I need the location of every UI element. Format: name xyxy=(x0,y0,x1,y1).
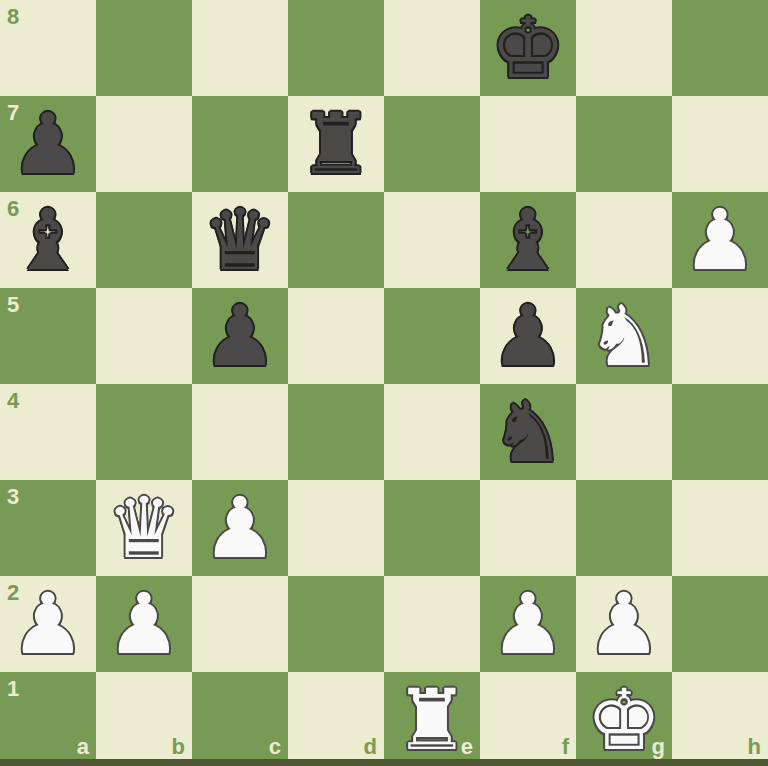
square-f7[interactable] xyxy=(480,96,576,192)
white-queen-b3[interactable]: ♛ xyxy=(96,480,192,576)
white-knight-g5[interactable]: ♞ xyxy=(576,288,672,384)
square-d5[interactable] xyxy=(288,288,384,384)
square-d4[interactable] xyxy=(288,384,384,480)
square-b8[interactable] xyxy=(96,0,192,96)
square-d2[interactable] xyxy=(288,576,384,672)
black-queen-c6[interactable]: ♛ xyxy=(192,192,288,288)
white-pawn-f2[interactable]: ♟ xyxy=(480,576,576,672)
square-b5[interactable] xyxy=(96,288,192,384)
square-g1[interactable]: g♚ xyxy=(576,672,672,766)
square-g4[interactable] xyxy=(576,384,672,480)
square-b3[interactable]: ♛ xyxy=(96,480,192,576)
rank-label-4: 4 xyxy=(7,388,19,414)
square-f4[interactable]: ♞ xyxy=(480,384,576,480)
square-f2[interactable]: ♟ xyxy=(480,576,576,672)
square-a4[interactable]: 4 xyxy=(0,384,96,480)
square-g3[interactable] xyxy=(576,480,672,576)
square-c5[interactable]: ♟ xyxy=(192,288,288,384)
square-g5[interactable]: ♞ xyxy=(576,288,672,384)
black-bishop-f6[interactable]: ♝ xyxy=(480,192,576,288)
board-bottom-edge xyxy=(0,759,768,766)
square-a7[interactable]: 7♟ xyxy=(0,96,96,192)
square-c4[interactable] xyxy=(192,384,288,480)
file-label-h: h xyxy=(748,734,761,760)
black-knight-f4[interactable]: ♞ xyxy=(480,384,576,480)
square-g6[interactable] xyxy=(576,192,672,288)
square-h2[interactable] xyxy=(672,576,768,672)
chess-board: 8♚7♟♜6♝♛♝♟5♟♟♞4♞3♛♟2♟♟♟♟1abcde♜fg♚h xyxy=(0,0,768,766)
square-a8[interactable]: 8 xyxy=(0,0,96,96)
rank-label-2: 2 xyxy=(7,580,19,606)
square-a1[interactable]: 1a xyxy=(0,672,96,766)
file-label-a: a xyxy=(77,734,89,760)
square-e4[interactable] xyxy=(384,384,480,480)
square-h5[interactable] xyxy=(672,288,768,384)
square-f5[interactable]: ♟ xyxy=(480,288,576,384)
square-d8[interactable] xyxy=(288,0,384,96)
black-pawn-c5[interactable]: ♟ xyxy=(192,288,288,384)
square-h4[interactable] xyxy=(672,384,768,480)
rank-label-8: 8 xyxy=(7,4,19,30)
square-h8[interactable] xyxy=(672,0,768,96)
file-label-c: c xyxy=(269,734,281,760)
square-a5[interactable]: 5 xyxy=(0,288,96,384)
rank-label-3: 3 xyxy=(7,484,19,510)
square-c8[interactable] xyxy=(192,0,288,96)
square-f3[interactable] xyxy=(480,480,576,576)
square-g7[interactable] xyxy=(576,96,672,192)
file-label-e: e xyxy=(461,734,473,760)
square-e2[interactable] xyxy=(384,576,480,672)
rank-label-7: 7 xyxy=(7,100,19,126)
rank-label-6: 6 xyxy=(7,196,19,222)
square-h1[interactable]: h xyxy=(672,672,768,766)
square-f1[interactable]: f xyxy=(480,672,576,766)
square-b1[interactable]: b xyxy=(96,672,192,766)
square-e8[interactable] xyxy=(384,0,480,96)
file-label-b: b xyxy=(172,734,185,760)
square-c1[interactable]: c xyxy=(192,672,288,766)
chess-board-container: 8♚7♟♜6♝♛♝♟5♟♟♞4♞3♛♟2♟♟♟♟1abcde♜fg♚h xyxy=(0,0,768,766)
square-e3[interactable] xyxy=(384,480,480,576)
square-a6[interactable]: 6♝ xyxy=(0,192,96,288)
square-g2[interactable]: ♟ xyxy=(576,576,672,672)
square-b7[interactable] xyxy=(96,96,192,192)
square-e6[interactable] xyxy=(384,192,480,288)
square-f8[interactable]: ♚ xyxy=(480,0,576,96)
black-king-f8[interactable]: ♚ xyxy=(480,0,576,96)
square-c3[interactable]: ♟ xyxy=(192,480,288,576)
file-label-g: g xyxy=(652,734,665,760)
white-pawn-g2[interactable]: ♟ xyxy=(576,576,672,672)
white-pawn-b2[interactable]: ♟ xyxy=(96,576,192,672)
square-c6[interactable]: ♛ xyxy=(192,192,288,288)
square-g8[interactable] xyxy=(576,0,672,96)
white-pawn-c3[interactable]: ♟ xyxy=(192,480,288,576)
square-b6[interactable] xyxy=(96,192,192,288)
rank-label-5: 5 xyxy=(7,292,19,318)
square-c2[interactable] xyxy=(192,576,288,672)
square-d1[interactable]: d xyxy=(288,672,384,766)
square-h6[interactable]: ♟ xyxy=(672,192,768,288)
square-f6[interactable]: ♝ xyxy=(480,192,576,288)
square-a3[interactable]: 3 xyxy=(0,480,96,576)
white-pawn-h6[interactable]: ♟ xyxy=(672,192,768,288)
file-label-d: d xyxy=(364,734,377,760)
file-label-f: f xyxy=(562,734,569,760)
square-b4[interactable] xyxy=(96,384,192,480)
square-d6[interactable] xyxy=(288,192,384,288)
square-a2[interactable]: 2♟ xyxy=(0,576,96,672)
square-h7[interactable] xyxy=(672,96,768,192)
square-d7[interactable]: ♜ xyxy=(288,96,384,192)
square-d3[interactable] xyxy=(288,480,384,576)
black-rook-d7[interactable]: ♜ xyxy=(288,96,384,192)
rank-label-1: 1 xyxy=(7,676,19,702)
black-pawn-f5[interactable]: ♟ xyxy=(480,288,576,384)
square-e5[interactable] xyxy=(384,288,480,384)
square-e1[interactable]: e♜ xyxy=(384,672,480,766)
square-c7[interactable] xyxy=(192,96,288,192)
square-h3[interactable] xyxy=(672,480,768,576)
square-b2[interactable]: ♟ xyxy=(96,576,192,672)
square-e7[interactable] xyxy=(384,96,480,192)
